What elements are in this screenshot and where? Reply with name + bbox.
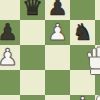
square-r3c1[interactable] <box>20 70 45 95</box>
chess-board-viewport: ♛♟♟♟♞♟ ♟ <box>0 0 100 100</box>
square-r4c1[interactable] <box>20 95 45 100</box>
square-r0c3[interactable] <box>70 0 95 20</box>
square-r3c0[interactable] <box>0 70 20 95</box>
white-piece-corner-fragment[interactable] <box>96 95 100 100</box>
square-r1c3[interactable]: ♞ <box>70 20 95 45</box>
white-pawn[interactable]: ♟ <box>47 20 68 45</box>
square-r2c1[interactable] <box>20 45 45 70</box>
grab-hand-cursor-icon <box>86 46 100 76</box>
black-pawn[interactable]: ♟ <box>0 20 18 45</box>
square-r0c2[interactable]: ♟ <box>45 0 70 20</box>
white-piece-top-fragment[interactable]: ♟ <box>70 93 95 100</box>
square-r1c0[interactable]: ♟ <box>0 20 20 45</box>
square-r1c2[interactable]: ♟ <box>45 20 70 45</box>
square-r4c2[interactable] <box>45 95 70 100</box>
square-r1c4[interactable] <box>95 20 100 45</box>
square-r1c1[interactable] <box>20 20 45 45</box>
square-r3c2[interactable] <box>45 70 70 95</box>
square-r0c4[interactable] <box>95 0 100 20</box>
black-queen[interactable]: ♛ <box>22 0 43 20</box>
square-r2c2[interactable] <box>45 45 70 70</box>
white-pawn[interactable]: ♟ <box>0 45 18 70</box>
black-pawn[interactable]: ♟ <box>47 0 68 20</box>
chess-board: ♛♟♟♟♞♟ <box>0 0 100 100</box>
square-r0c0[interactable] <box>0 0 20 20</box>
black-knight[interactable]: ♞ <box>72 20 93 45</box>
square-r2c0[interactable]: ♟ <box>0 45 20 70</box>
square-r0c1[interactable]: ♛ <box>20 0 45 20</box>
square-r4c0[interactable] <box>0 95 20 100</box>
